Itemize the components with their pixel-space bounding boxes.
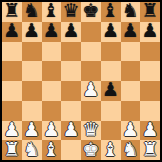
square-h8[interactable]: ♜ (140, 2, 160, 22)
white-pawn: ♟ (23, 121, 40, 139)
white-knight: ♞ (122, 140, 139, 158)
square-h7[interactable]: ♟ (140, 22, 160, 42)
square-g8[interactable]: ♞ (121, 2, 141, 22)
white-rook: ♜ (3, 140, 20, 158)
square-a6[interactable] (2, 42, 22, 62)
square-b5[interactable] (22, 61, 42, 81)
white-rook: ♜ (142, 140, 159, 158)
square-c3[interactable] (42, 101, 62, 121)
square-f2[interactable] (101, 121, 121, 141)
square-e7[interactable] (81, 22, 101, 42)
white-pawn: ♟ (142, 121, 159, 139)
square-g5[interactable] (121, 61, 141, 81)
square-c4[interactable] (42, 81, 62, 101)
square-h2[interactable]: ♟ (140, 121, 160, 141)
square-b8[interactable]: ♞ (22, 2, 42, 22)
black-bishop: ♝ (43, 2, 60, 20)
black-pawn: ♟ (63, 22, 80, 40)
white-bishop: ♝ (43, 140, 60, 158)
square-d3[interactable] (61, 101, 81, 121)
square-g6[interactable] (121, 42, 141, 62)
square-g3[interactable] (121, 101, 141, 121)
square-g1[interactable]: ♞ (121, 140, 141, 160)
square-g7[interactable]: ♟ (121, 22, 141, 42)
square-d6[interactable] (61, 42, 81, 62)
square-b4[interactable] (22, 81, 42, 101)
square-c1[interactable]: ♝ (42, 140, 62, 160)
square-h4[interactable] (140, 81, 160, 101)
square-d1[interactable] (61, 140, 81, 160)
square-h3[interactable] (140, 101, 160, 121)
square-c2[interactable]: ♟ (42, 121, 62, 141)
square-f4[interactable]: ♟ (101, 81, 121, 101)
square-f8[interactable]: ♝ (101, 2, 121, 22)
square-b1[interactable]: ♞ (22, 140, 42, 160)
square-e3[interactable] (81, 101, 101, 121)
chess-board: ♜♞♝♛♚♝♞♜♟♟♟♟♟♟♟♟♟♟♟♟♟♛♟♟♜♞♝♚♝♞♜ (2, 2, 160, 160)
black-pawn: ♟ (102, 81, 119, 99)
square-f1[interactable]: ♝ (101, 140, 121, 160)
square-d5[interactable] (61, 61, 81, 81)
black-rook: ♜ (142, 2, 159, 20)
black-knight: ♞ (23, 2, 40, 20)
square-c8[interactable]: ♝ (42, 2, 62, 22)
square-b6[interactable] (22, 42, 42, 62)
square-a7[interactable]: ♟ (2, 22, 22, 42)
square-a4[interactable] (2, 81, 22, 101)
white-king: ♚ (82, 140, 99, 158)
black-pawn: ♟ (3, 22, 20, 40)
black-pawn: ♟ (142, 22, 159, 40)
black-knight: ♞ (122, 2, 139, 20)
black-queen: ♛ (63, 2, 80, 20)
black-king: ♚ (82, 2, 99, 20)
square-d7[interactable]: ♟ (61, 22, 81, 42)
square-h1[interactable]: ♜ (140, 140, 160, 160)
square-c5[interactable] (42, 61, 62, 81)
square-e4[interactable]: ♟ (81, 81, 101, 101)
chess-board-frame: ♜♞♝♛♚♝♞♜♟♟♟♟♟♟♟♟♟♟♟♟♟♛♟♟♜♞♝♚♝♞♜ (0, 0, 162, 162)
black-bishop: ♝ (102, 2, 119, 20)
square-a8[interactable]: ♜ (2, 2, 22, 22)
black-pawn: ♟ (102, 22, 119, 40)
square-d2[interactable]: ♟ (61, 121, 81, 141)
square-d8[interactable]: ♛ (61, 2, 81, 22)
square-f6[interactable] (101, 42, 121, 62)
square-h5[interactable] (140, 61, 160, 81)
white-pawn: ♟ (122, 121, 139, 139)
white-pawn: ♟ (63, 121, 80, 139)
square-a1[interactable]: ♜ (2, 140, 22, 160)
square-a5[interactable] (2, 61, 22, 81)
square-a3[interactable] (2, 101, 22, 121)
black-pawn: ♟ (122, 22, 139, 40)
square-f5[interactable] (101, 61, 121, 81)
white-pawn: ♟ (43, 121, 60, 139)
black-pawn: ♟ (43, 22, 60, 40)
white-pawn: ♟ (3, 121, 20, 139)
square-e5[interactable] (81, 61, 101, 81)
square-e6[interactable] (81, 42, 101, 62)
square-g4[interactable] (121, 81, 141, 101)
square-e2[interactable]: ♛ (81, 121, 101, 141)
square-f7[interactable]: ♟ (101, 22, 121, 42)
black-rook: ♜ (3, 2, 20, 20)
square-b2[interactable]: ♟ (22, 121, 42, 141)
square-b3[interactable] (22, 101, 42, 121)
square-f3[interactable] (101, 101, 121, 121)
white-knight: ♞ (23, 140, 40, 158)
white-pawn: ♟ (82, 81, 99, 99)
square-b7[interactable]: ♟ (22, 22, 42, 42)
square-g2[interactable]: ♟ (121, 121, 141, 141)
black-pawn: ♟ (23, 22, 40, 40)
square-e1[interactable]: ♚ (81, 140, 101, 160)
square-d4[interactable] (61, 81, 81, 101)
square-h6[interactable] (140, 42, 160, 62)
square-a2[interactable]: ♟ (2, 121, 22, 141)
square-c7[interactable]: ♟ (42, 22, 62, 42)
square-e8[interactable]: ♚ (81, 2, 101, 22)
white-queen: ♛ (82, 121, 99, 139)
square-c6[interactable] (42, 42, 62, 62)
white-bishop: ♝ (102, 140, 119, 158)
